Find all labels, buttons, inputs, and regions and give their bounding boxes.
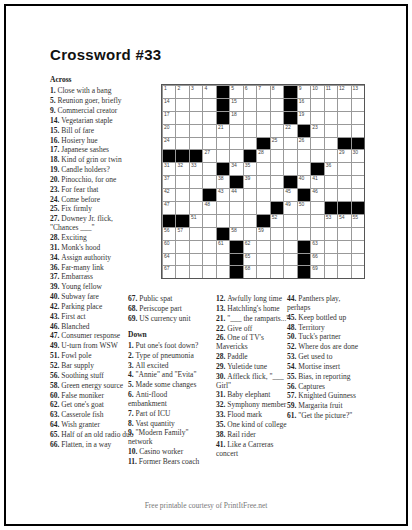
grid-cell[interactable] [270,111,283,124]
grid-cell[interactable] [202,111,215,124]
grid-cell[interactable] [351,124,364,137]
grid-cell[interactable] [337,162,350,175]
grid-cell[interactable] [189,137,202,150]
clue: 43. First act [50,313,134,322]
grid-cell[interactable] [256,253,269,266]
cell-number: 45 [285,189,291,195]
grid-cell[interactable] [189,175,202,188]
grid-cell[interactable] [175,137,188,150]
grid-cell[interactable] [337,98,350,111]
grid-cell[interactable] [310,214,323,227]
black-cell [256,214,269,227]
cell-number: 7 [258,86,261,92]
grid-cell[interactable] [216,214,229,227]
grid-cell[interactable]: 65 [243,253,256,266]
grid-cell[interactable]: 50 [297,201,310,214]
grid-cell[interactable] [202,227,215,240]
grid-cell[interactable] [189,227,202,240]
grid-cell[interactable]: 29 [337,149,350,162]
clue: 28. Exciting [50,234,134,243]
down-clues-part2: 12. Awfully long time13. Hatchling's hom… [216,295,296,458]
grid-cell[interactable] [189,240,202,253]
clue: 28. Paddle [216,353,296,362]
clue-column-across: Across 1. Close with a bang5. Reunion go… [50,76,134,451]
clue: 56. Soothing stuff [50,372,134,381]
grid-cell[interactable]: 40 [297,175,310,188]
grid-cell[interactable] [310,137,323,150]
cell-number: 27 [204,150,210,156]
grid-cell[interactable]: 27 [202,149,215,162]
grid-cell[interactable] [243,124,256,137]
grid-cell[interactable]: 63 [310,240,323,253]
grid-cell[interactable]: 35 [243,162,256,175]
cell-number: 28 [258,150,264,156]
grid-cell[interactable] [270,98,283,111]
cell-number: 4 [204,86,207,92]
grid-cell[interactable] [270,175,283,188]
black-cell [229,240,242,253]
black-cell [297,253,310,266]
black-cell [297,188,310,201]
grid-cell[interactable] [324,98,337,111]
cell-number: 64 [164,254,170,260]
cell-number: 43 [218,189,224,195]
clue: 59. Margarita fruit [287,402,365,411]
clue: 45. Keep bottled up [287,314,365,323]
grid-cell[interactable]: 54 [337,214,350,227]
grid-cell[interactable] [202,162,215,175]
grid-cell[interactable]: 43 [216,188,229,201]
crossword-grid: 1234567891011121314151617181920212223242… [161,84,365,279]
clue: 49. U-turn from WSW [50,342,134,351]
black-cell [229,265,242,278]
cell-number: 66 [312,254,318,260]
grid-cell[interactable] [337,188,350,201]
grid-cell[interactable] [297,149,310,162]
grid-cell[interactable] [256,201,269,214]
clue: 18. Kind of grin or twin [50,156,134,165]
grid-cell[interactable]: 1 [162,85,175,98]
grid-cell[interactable] [256,188,269,201]
grid-cell[interactable] [270,253,283,266]
grid-cell[interactable] [297,214,310,227]
grid-cell[interactable] [297,227,310,240]
cell-number: 16 [299,99,305,105]
clue: 57. Knighted Guinness [287,392,365,401]
cell-number: 46 [312,189,318,195]
grid-cell[interactable]: 60 [162,240,175,253]
footer-credit: Free printable courtesy of PrintItFree.n… [0,501,412,510]
cell-number: 52 [272,215,278,221]
black-cell [216,98,229,111]
grid-cell[interactable]: 7 [256,85,269,98]
grid-cell[interactable]: 6 [243,85,256,98]
grid-cell[interactable]: 19 [297,111,310,124]
grid-cell[interactable]: 15 [229,98,242,111]
grid-cell[interactable] [175,188,188,201]
grid-cell[interactable] [337,253,350,266]
grid-cell[interactable] [189,253,202,266]
cell-number: 25 [272,138,278,144]
clue-column-middle: 67. Public spat68. Periscope part69. US … [128,295,206,468]
grid-cell[interactable] [189,124,202,137]
grid-cell[interactable]: 30 [351,149,364,162]
clue: 3. All excited [128,362,206,371]
grid-cell[interactable]: 38 [216,175,229,188]
grid-cell[interactable] [202,214,215,227]
grid-cell[interactable] [351,253,364,266]
grid-cell[interactable] [324,137,337,150]
clue: 48. Territory [287,324,365,333]
cell-number: 18 [231,112,237,118]
clue: 21. "___ the ramparts..." [216,315,296,324]
clue: 42. Parking place [50,303,134,312]
grid-cell[interactable]: 41 [310,175,323,188]
cell-number: 8 [272,86,275,92]
black-cell [202,188,215,201]
grid-cell[interactable]: 9 [297,85,310,98]
cell-number: 42 [164,189,170,195]
grid-cell[interactable] [324,111,337,124]
black-cell [175,214,188,227]
cell-number: 35 [245,163,251,169]
black-cell [229,175,242,188]
cell-number: 21 [218,125,224,131]
grid-cell[interactable] [229,149,242,162]
grid-cell[interactable] [202,124,215,137]
grid-cell[interactable] [243,227,256,240]
grid-cell[interactable] [310,201,323,214]
grid-cell[interactable]: 13 [351,85,364,98]
clue: 46. Blanched [50,323,134,332]
grid-cell[interactable] [189,201,202,214]
grid-cell[interactable] [283,253,296,266]
grid-cell[interactable] [216,137,229,150]
grid-cell[interactable]: 37 [162,175,175,188]
grid-cell[interactable] [202,175,215,188]
grid-cell[interactable] [256,111,269,124]
cell-number: 55 [353,215,359,221]
grid-cell[interactable] [229,214,242,227]
black-cell [229,253,242,266]
grid-cell[interactable]: 32 [175,162,188,175]
black-cell [216,227,229,240]
grid-cell[interactable]: 64 [162,253,175,266]
clue: 53. Get used to [287,353,365,362]
grid-cell[interactable] [175,175,188,188]
cell-number: 41 [312,176,318,182]
grid-cell[interactable]: 34 [229,162,242,175]
grid-cell[interactable]: 67 [162,265,175,278]
cell-number: 33 [191,163,197,169]
grid-cell[interactable] [243,137,256,150]
grid-cell[interactable] [202,98,215,111]
grid-cell[interactable] [297,162,310,175]
cell-number: 68 [245,266,251,272]
grid-cell[interactable]: 53 [324,214,337,227]
grid-cell[interactable]: 23 [310,124,323,137]
grid-cell[interactable] [337,175,350,188]
cell-number: 54 [339,215,345,221]
grid-cell[interactable] [270,265,283,278]
grid-cell[interactable] [202,137,215,150]
clue: 26. One of TV's Mavericks [216,334,296,352]
grid-cell[interactable]: 31 [162,162,175,175]
grid-cell[interactable]: 52 [270,214,283,227]
cell-number: 12 [339,86,345,92]
grid-cell[interactable] [229,124,242,137]
grid-cell[interactable] [324,227,337,240]
grid-cell[interactable] [189,98,202,111]
clue: 12. Awfully long time [216,295,296,304]
grid-cell[interactable]: 45 [283,188,296,201]
black-cell [283,85,296,98]
grid-cell[interactable]: 12 [337,85,350,98]
grid-cell[interactable]: 22 [283,124,296,137]
grid-cell[interactable] [175,201,188,214]
grid-cell[interactable]: 26 [297,137,310,150]
grid-cell[interactable] [175,240,188,253]
cell-number: 6 [245,86,248,92]
clue: 13. Hatchling's home [216,305,296,314]
page: { "game": "crossword", "title": "Crosswo… [0,0,412,530]
cell-number: 17 [164,112,170,118]
clue: 9. "Modern Family" network [128,429,206,447]
grid-cell[interactable] [351,162,364,175]
grid-cell[interactable]: 21 [216,124,229,137]
grid-cell[interactable]: 47 [162,201,175,214]
cell-number: 47 [164,202,170,208]
cell-number: 34 [231,163,237,169]
grid-cell[interactable] [337,265,350,278]
grid-cell[interactable] [229,137,242,150]
grid-cell[interactable]: 57 [175,227,188,240]
cell-number: 2 [177,86,180,92]
grid-cell[interactable] [175,111,188,124]
clue: 29. Yuletide tune [216,363,296,372]
grid-cell[interactable]: 2 [175,85,188,98]
grid-cell[interactable] [324,240,337,253]
grid-cell[interactable]: 61 [216,240,229,253]
grid-cell[interactable] [189,111,202,124]
grid-cell[interactable] [337,227,350,240]
clue: 52. Bar supply [50,362,134,371]
clue: 65. Half of an old radio duo [50,431,134,440]
grid-cell[interactable]: 58 [229,227,242,240]
cell-number: 19 [299,112,305,118]
grid-cell[interactable] [324,149,337,162]
clue: 34. Assign authority [50,254,134,263]
grid-cell[interactable]: 11 [324,85,337,98]
grid-cell[interactable] [351,227,364,240]
grid-cell[interactable] [337,240,350,253]
grid-cell[interactable] [283,162,296,175]
grid-cell[interactable] [324,265,337,278]
black-cell [283,175,296,188]
grid-cell[interactable] [189,265,202,278]
grid-cell[interactable] [324,124,337,137]
grid-cell[interactable]: 25 [270,137,283,150]
grid-cell[interactable] [351,265,364,278]
grid-cell[interactable]: 28 [256,149,269,162]
grid-cell[interactable]: 42 [162,188,175,201]
cell-number: 13 [353,86,359,92]
clue: 16. Hosiery hue [50,137,134,146]
grid-cell[interactable] [216,253,229,266]
grid-cell[interactable] [175,124,188,137]
grid-cell[interactable] [202,265,215,278]
clue-column-down3: 44. Panthers play, perhaps45. Keep bottl… [287,295,365,422]
clue: 58. Green energy source [50,382,134,391]
clue: 24. Come before [50,196,134,205]
grid-cell[interactable] [175,265,188,278]
grid-cell[interactable]: 59 [256,227,269,240]
grid-cell[interactable] [283,214,296,227]
grid-cell[interactable] [310,98,323,111]
grid-cell[interactable] [310,227,323,240]
grid-cell[interactable]: 36 [324,162,337,175]
clue: 68. Periscope part [128,305,206,314]
grid-cell[interactable] [175,253,188,266]
grid-cell[interactable]: 8 [270,85,283,98]
clue: 63. Casserole fish [50,411,134,420]
cell-number: 57 [177,228,183,234]
grid-cell[interactable] [283,265,296,278]
grid-cell[interactable] [337,124,350,137]
cell-number: 51 [191,215,197,221]
cell-number: 14 [164,99,170,105]
clue: 40. Subway fare [50,293,134,302]
grid-cell[interactable] [310,149,323,162]
clue: 27. Downey Jr. flick, "Chances ___" [50,215,134,233]
grid-cell[interactable] [256,265,269,278]
grid-cell[interactable] [283,240,296,253]
grid-cell[interactable] [283,227,296,240]
grid-cell[interactable] [256,240,269,253]
grid-cell[interactable] [324,175,337,188]
grid-cell[interactable] [256,98,269,111]
grid-cell[interactable] [270,124,283,137]
grid-cell[interactable]: 20 [162,124,175,137]
clue: 31. Monk's hood [50,244,134,253]
grid-cell[interactable]: 44 [229,188,242,201]
clue: 51. Fowl pole [50,352,134,361]
grid-cell[interactable] [256,162,269,175]
grid-cell[interactable] [283,137,296,150]
clue: 6. Anti-flood embankment [128,391,206,409]
down-clues-part1: 1. Put one's foot down?2. Type of pneumo… [128,342,206,467]
grid-cell[interactable] [351,188,364,201]
grid-cell[interactable]: 39 [243,175,256,188]
grid-cell[interactable] [202,240,215,253]
cell-number: 39 [245,176,251,182]
grid-cell[interactable] [270,240,283,253]
grid-cell[interactable]: 4 [202,85,215,98]
grid-cell[interactable] [351,111,364,124]
grid-cell[interactable] [283,149,296,162]
black-cell [297,124,310,137]
grid-cell[interactable] [351,175,364,188]
grid-cell[interactable]: 46 [310,188,323,201]
clue: 47. Consumer response [50,332,134,341]
grid-cell[interactable]: 69 [310,265,323,278]
grid-cell[interactable] [337,111,350,124]
clue: 5. Reunion goer, briefly [50,97,134,106]
clue: 32. Symphony member [216,401,296,410]
grid-cell[interactable]: 49 [283,201,296,214]
grid-cell[interactable]: 3 [189,85,202,98]
grid-cell[interactable]: 18 [229,111,242,124]
grid-cell[interactable]: 55 [351,214,364,227]
grid-cell[interactable] [243,188,256,201]
grid-cell[interactable] [243,214,256,227]
black-cell [283,98,296,111]
grid-cell[interactable]: 17 [162,111,175,124]
grid-cell[interactable]: 10 [310,85,323,98]
grid-cell[interactable] [351,98,364,111]
cell-number: 40 [299,176,305,182]
grid-cell[interactable] [351,240,364,253]
black-cell [162,214,175,227]
grid-cell[interactable] [270,149,283,162]
grid-cell[interactable]: 51 [189,214,202,227]
grid-cell[interactable] [256,175,269,188]
clue: 54. Mortise insert [287,363,365,372]
clue: 30. Affleck flick, "___ Girl" [216,373,296,391]
grid-cell[interactable] [189,188,202,201]
grid-cell[interactable]: 56 [162,227,175,240]
grid-cell[interactable]: 48 [202,201,215,214]
grid-cell[interactable] [202,253,215,266]
grid-cell[interactable]: 33 [189,162,202,175]
down-clues-part3: 44. Panthers play, perhaps45. Keep bottl… [287,295,365,421]
clue: 64. Wish granter [50,421,134,430]
grid-cell[interactable] [270,162,283,175]
clue: 41. Like a Carreras concert [216,441,296,459]
grid-cell[interactable] [270,188,283,201]
grid-cell[interactable] [229,201,242,214]
clue: 35. One kind of college [216,421,296,430]
grid-cell[interactable] [256,124,269,137]
grid-cell[interactable] [175,98,188,111]
grid-cell[interactable] [243,201,256,214]
grid-cell[interactable] [270,227,283,240]
black-cell [351,201,364,214]
grid-cell[interactable]: 5 [229,85,242,98]
grid-cell[interactable] [216,265,229,278]
grid-cell[interactable]: 16 [297,98,310,111]
black-cell [270,201,283,214]
grid-cell[interactable]: 62 [243,240,256,253]
cell-number: 62 [245,241,251,247]
grid-cell[interactable] [216,201,229,214]
grid-cell[interactable]: 14 [162,98,175,111]
cell-number: 1 [164,86,167,92]
grid-cell[interactable]: 24 [162,137,175,150]
grid-cell[interactable] [310,111,323,124]
grid-cell[interactable] [324,253,337,266]
grid-cell[interactable] [243,111,256,124]
grid-cell[interactable]: 66 [310,253,323,266]
clue: 9. Commercial creator [50,107,134,116]
grid-cell[interactable]: 68 [243,265,256,278]
cell-number: 26 [299,138,305,144]
grid-cell[interactable] [243,98,256,111]
across-clues-part1: 1. Close with a bang5. Reunion goer, bri… [50,87,134,449]
grid-cell[interactable] [216,149,229,162]
grid-cell[interactable] [324,188,337,201]
clue: 37. Embarrass [50,273,134,282]
